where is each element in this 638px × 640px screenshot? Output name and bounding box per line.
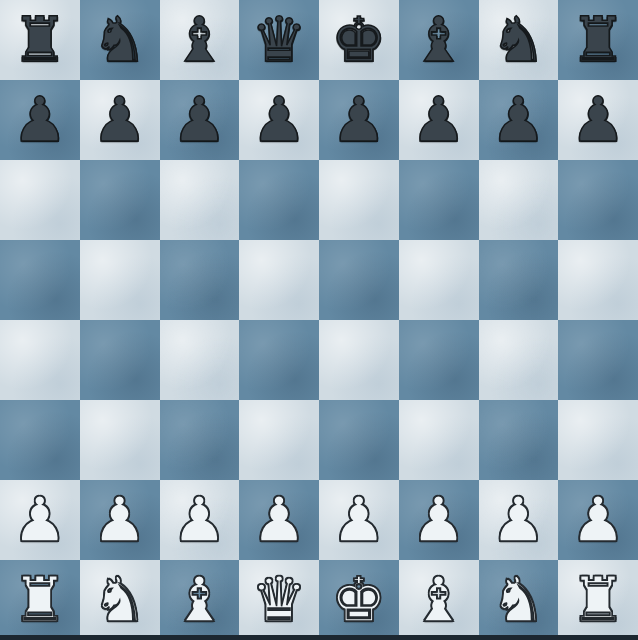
black-bishop-icon[interactable]: ♝ <box>172 0 228 80</box>
black-pawn-icon[interactable]: ♟ <box>92 80 148 160</box>
square-d8[interactable]: ♛ <box>239 0 319 80</box>
square-a3[interactable] <box>0 400 80 480</box>
white-pawn-icon[interactable]: ♟ <box>251 480 307 560</box>
square-g5[interactable] <box>479 240 559 320</box>
square-e5[interactable] <box>319 240 399 320</box>
square-d4[interactable] <box>239 320 319 400</box>
square-h6[interactable] <box>558 160 638 240</box>
square-g6[interactable] <box>479 160 559 240</box>
black-pawn-icon[interactable]: ♟ <box>172 80 228 160</box>
square-f2[interactable]: ♟ <box>399 480 479 560</box>
square-c4[interactable] <box>160 320 240 400</box>
black-pawn-icon[interactable]: ♟ <box>411 80 467 160</box>
square-f8[interactable]: ♝ <box>399 0 479 80</box>
square-h1[interactable]: ♜ <box>558 560 638 640</box>
square-e3[interactable] <box>319 400 399 480</box>
square-b6[interactable] <box>80 160 160 240</box>
square-f4[interactable] <box>399 320 479 400</box>
square-h3[interactable] <box>558 400 638 480</box>
square-a5[interactable] <box>0 240 80 320</box>
white-pawn-icon[interactable]: ♟ <box>491 480 547 560</box>
square-d3[interactable] <box>239 400 319 480</box>
square-c2[interactable]: ♟ <box>160 480 240 560</box>
square-a7[interactable]: ♟ <box>0 80 80 160</box>
black-pawn-icon[interactable]: ♟ <box>331 80 387 160</box>
white-knight-icon[interactable]: ♞ <box>92 560 148 640</box>
black-pawn-icon[interactable]: ♟ <box>491 80 547 160</box>
square-g2[interactable]: ♟ <box>479 480 559 560</box>
square-e4[interactable] <box>319 320 399 400</box>
square-c6[interactable] <box>160 160 240 240</box>
black-rook-icon[interactable]: ♜ <box>12 0 68 80</box>
black-rook-icon[interactable]: ♜ <box>570 0 626 80</box>
square-c1[interactable]: ♝ <box>160 560 240 640</box>
square-c5[interactable] <box>160 240 240 320</box>
white-bishop-icon[interactable]: ♝ <box>172 560 228 640</box>
square-g4[interactable] <box>479 320 559 400</box>
square-c7[interactable]: ♟ <box>160 80 240 160</box>
white-bishop-icon[interactable]: ♝ <box>411 560 467 640</box>
square-b2[interactable]: ♟ <box>80 480 160 560</box>
black-knight-icon[interactable]: ♞ <box>491 0 547 80</box>
square-b3[interactable] <box>80 400 160 480</box>
square-b1[interactable]: ♞ <box>80 560 160 640</box>
square-e6[interactable] <box>319 160 399 240</box>
white-king-icon[interactable]: ♚ <box>331 560 387 640</box>
square-c8[interactable]: ♝ <box>160 0 240 80</box>
square-g3[interactable] <box>479 400 559 480</box>
square-d7[interactable]: ♟ <box>239 80 319 160</box>
square-e2[interactable]: ♟ <box>319 480 399 560</box>
square-d2[interactable]: ♟ <box>239 480 319 560</box>
square-e8[interactable]: ♚ <box>319 0 399 80</box>
square-d1[interactable]: ♛ <box>239 560 319 640</box>
square-e7[interactable]: ♟ <box>319 80 399 160</box>
square-d6[interactable] <box>239 160 319 240</box>
square-b8[interactable]: ♞ <box>80 0 160 80</box>
white-pawn-icon[interactable]: ♟ <box>570 480 626 560</box>
square-f7[interactable]: ♟ <box>399 80 479 160</box>
square-f5[interactable] <box>399 240 479 320</box>
square-g7[interactable]: ♟ <box>479 80 559 160</box>
black-pawn-icon[interactable]: ♟ <box>12 80 68 160</box>
chess-board-container: ♜♞♝♛♚♝♞♜♟♟♟♟♟♟♟♟♟♟♟♟♟♟♟♟♜♞♝♛♚♝♞♜ <box>0 0 638 640</box>
white-pawn-icon[interactable]: ♟ <box>411 480 467 560</box>
white-pawn-icon[interactable]: ♟ <box>12 480 68 560</box>
square-a6[interactable] <box>0 160 80 240</box>
square-f6[interactable] <box>399 160 479 240</box>
white-pawn-icon[interactable]: ♟ <box>331 480 387 560</box>
square-g8[interactable]: ♞ <box>479 0 559 80</box>
white-queen-icon[interactable]: ♛ <box>251 560 307 640</box>
square-g1[interactable]: ♞ <box>479 560 559 640</box>
square-a2[interactable]: ♟ <box>0 480 80 560</box>
square-a4[interactable] <box>0 320 80 400</box>
square-h5[interactable] <box>558 240 638 320</box>
square-f3[interactable] <box>399 400 479 480</box>
white-pawn-icon[interactable]: ♟ <box>172 480 228 560</box>
square-e1[interactable]: ♚ <box>319 560 399 640</box>
black-queen-icon[interactable]: ♛ <box>251 0 307 80</box>
square-a1[interactable]: ♜ <box>0 560 80 640</box>
square-b5[interactable] <box>80 240 160 320</box>
black-king-icon[interactable]: ♚ <box>331 0 387 80</box>
square-b7[interactable]: ♟ <box>80 80 160 160</box>
white-rook-icon[interactable]: ♜ <box>12 560 68 640</box>
black-knight-icon[interactable]: ♞ <box>92 0 148 80</box>
black-pawn-icon[interactable]: ♟ <box>570 80 626 160</box>
square-d5[interactable] <box>239 240 319 320</box>
square-c3[interactable] <box>160 400 240 480</box>
black-pawn-icon[interactable]: ♟ <box>251 80 307 160</box>
square-h4[interactable] <box>558 320 638 400</box>
white-rook-icon[interactable]: ♜ <box>570 560 626 640</box>
square-f1[interactable]: ♝ <box>399 560 479 640</box>
black-bishop-icon[interactable]: ♝ <box>411 0 467 80</box>
square-h7[interactable]: ♟ <box>558 80 638 160</box>
white-pawn-icon[interactable]: ♟ <box>92 480 148 560</box>
square-b4[interactable] <box>80 320 160 400</box>
white-knight-icon[interactable]: ♞ <box>491 560 547 640</box>
square-h2[interactable]: ♟ <box>558 480 638 560</box>
square-a8[interactable]: ♜ <box>0 0 80 80</box>
square-h8[interactable]: ♜ <box>558 0 638 80</box>
chess-board: ♜♞♝♛♚♝♞♜♟♟♟♟♟♟♟♟♟♟♟♟♟♟♟♟♜♞♝♛♚♝♞♜ <box>0 0 638 640</box>
